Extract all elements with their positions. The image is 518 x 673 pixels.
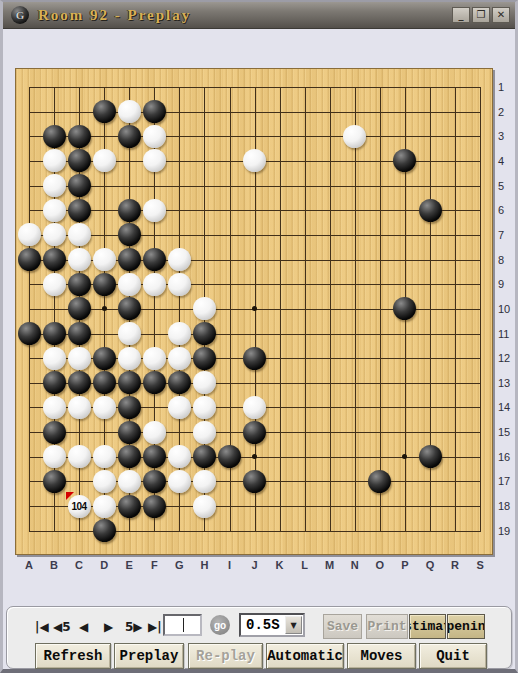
row-label: 18	[498, 500, 510, 512]
nav-back[interactable]: ◀	[79, 620, 88, 634]
estimate-button[interactable]: stimat	[409, 614, 446, 639]
row-label: 16	[498, 451, 510, 463]
save-button[interactable]: Save	[323, 614, 362, 639]
row-label: 4	[498, 155, 504, 167]
column-label: L	[301, 559, 308, 571]
print-button[interactable]: Print	[366, 614, 408, 639]
move-number-input[interactable]	[163, 614, 202, 636]
go-board[interactable]	[15, 68, 493, 555]
column-label: S	[476, 559, 483, 571]
row-label: 13	[498, 377, 510, 389]
row-label: 8	[498, 254, 504, 266]
delay-select[interactable]: 0.5S ▼	[239, 613, 305, 637]
row-label: 17	[498, 475, 510, 487]
column-label: I	[228, 559, 231, 571]
row-label: 2	[498, 106, 504, 118]
moves-button[interactable]: Moves	[347, 643, 416, 669]
column-label: A	[25, 559, 33, 571]
column-label: D	[100, 559, 108, 571]
row-label: 3	[498, 130, 504, 142]
nav-forward[interactable]: ▶	[104, 620, 113, 634]
window-buttons: _ ❐ ✕	[452, 7, 510, 23]
column-label: G	[175, 559, 184, 571]
column-label: O	[376, 559, 385, 571]
app-window: G Room 92 - Preplay _ ❐ ✕ ABCDEFGHIJKLMN…	[0, 0, 518, 673]
column-label: P	[401, 559, 408, 571]
row-label: 10	[498, 303, 510, 315]
automatic-button[interactable]: Automatic	[266, 643, 344, 669]
row-label: 15	[498, 426, 510, 438]
column-label: E	[126, 559, 133, 571]
column-label: R	[451, 559, 459, 571]
column-label: F	[151, 559, 158, 571]
row-label: 11	[498, 328, 509, 340]
nav-last[interactable]: ▶|	[148, 620, 162, 634]
column-label: J	[251, 559, 257, 571]
nav-first[interactable]: |◀	[35, 620, 49, 634]
column-label: N	[351, 559, 359, 571]
column-label: M	[325, 559, 334, 571]
titlebar[interactable]: G Room 92 - Preplay _ ❐ ✕	[3, 2, 515, 29]
preplay-button[interactable]: Preplay	[114, 643, 184, 669]
row-label: 9	[498, 278, 504, 290]
row-label: 12	[498, 352, 510, 364]
replay-button[interactable]: Re-play	[188, 643, 263, 669]
column-label: B	[50, 559, 58, 571]
nav-forward-5[interactable]: 5▶	[125, 620, 143, 634]
row-label: 5	[498, 180, 504, 192]
minimize-button[interactable]: _	[452, 7, 470, 23]
row-label: 19	[498, 525, 510, 537]
close-button[interactable]: ✕	[492, 7, 510, 23]
app-icon: G	[11, 6, 29, 24]
column-label: C	[75, 559, 83, 571]
go-button[interactable]: go	[210, 615, 230, 635]
delay-selected-value: 0.5S	[241, 617, 285, 633]
opening-button[interactable]: penin	[447, 614, 485, 639]
window-title: Room 92 - Preplay	[38, 7, 191, 24]
column-label: K	[276, 559, 284, 571]
nav-back-5[interactable]: ◀5	[53, 620, 71, 634]
row-label: 6	[498, 204, 504, 216]
quit-button[interactable]: Quit	[419, 643, 487, 669]
text-caret	[183, 618, 184, 632]
column-label: H	[200, 559, 208, 571]
row-label: 14	[498, 401, 510, 413]
chevron-down-icon[interactable]: ▼	[285, 616, 302, 634]
control-panel: |◀◀5◀▶5▶▶| go 0.5S ▼ Save Print stimat p…	[6, 606, 512, 669]
refresh-button[interactable]: Refresh	[35, 643, 111, 669]
row-label: 1	[498, 81, 504, 93]
row-label: 7	[498, 229, 504, 241]
column-label: Q	[426, 559, 435, 571]
maximize-button[interactable]: ❐	[472, 7, 490, 23]
